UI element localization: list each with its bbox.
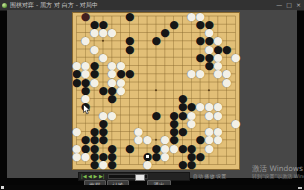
minimize-button[interactable]: — [276, 0, 282, 10]
taskbar-left-icon[interactable] [1, 186, 4, 189]
maximize-button[interactable]: □ [286, 0, 292, 10]
taskbar [0, 185, 304, 190]
transport-controls[interactable]: |◀ ◀ ▶ ▶| [81, 173, 105, 180]
close-button[interactable]: × [296, 0, 301, 10]
taskbar-right-icon[interactable] [298, 187, 302, 189]
last-move-marker [146, 155, 149, 158]
board-grid [72, 12, 240, 170]
window-title: 围棋对弈 - 黑方 对 白方 - 对局中 [10, 0, 98, 10]
move-slider[interactable] [108, 174, 148, 179]
slider-thumb[interactable] [135, 174, 145, 181]
nav-tokens: 自动 播放 设置 [193, 172, 226, 180]
app-icon [2, 3, 7, 8]
screen: 围棋对弈 - 黑方 对 白方 - 对局中 — □ × ●●●●●●●●●●●●●… [0, 0, 304, 190]
mouse-cursor [83, 104, 91, 115]
go-board[interactable]: ●●●●●●●●●●●●●●●●●●●●●●●●●●●●●●●●●●●●●●●●… [72, 12, 240, 170]
